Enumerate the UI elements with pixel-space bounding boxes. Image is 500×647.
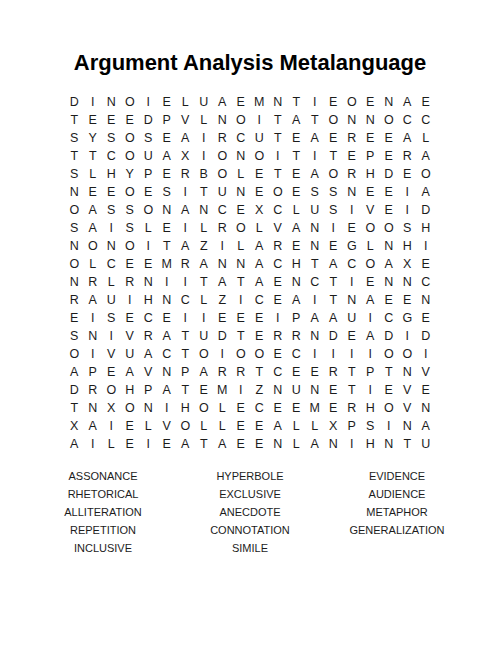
grid-cell-r1c11: M	[250, 93, 269, 111]
grid-cell-r8c3: I	[102, 219, 121, 237]
grid-cell-r1c12: N	[269, 93, 288, 111]
grid-cell-r10c14: T	[306, 255, 325, 273]
grid-cell-r15c16: I	[343, 345, 362, 363]
grid-cell-r19c18: I	[380, 417, 399, 435]
grid-cell-r7c15: S	[324, 201, 343, 219]
grid-cell-r9c5: I	[139, 237, 158, 255]
grid-cell-r17c15: E	[324, 381, 343, 399]
grid-cell-r14c3: I	[102, 327, 121, 345]
grid-cell-r4c15: T	[324, 147, 343, 165]
word-list-item: REPETITION	[32, 521, 174, 539]
grid-cell-r9c19: H	[398, 237, 417, 255]
grid-cell-r16c11: T	[250, 363, 269, 381]
word-list-item: ANECDOTE	[179, 503, 321, 521]
grid-cell-r17c9: M	[213, 381, 232, 399]
grid-cell-r2c20: C	[417, 111, 436, 129]
grid-cell-r3c19: A	[398, 129, 417, 147]
word-list-item: ASSONANCE	[32, 467, 174, 485]
grid-cell-r17c14: N	[306, 381, 325, 399]
grid-cell-r18c2: N	[84, 399, 103, 417]
grid-cell-r19c13: L	[287, 417, 306, 435]
grid-cell-r15c4: U	[121, 345, 140, 363]
grid-cell-r9c13: E	[287, 237, 306, 255]
grid-cell-r6c11: E	[250, 183, 269, 201]
grid-cell-r10c15: A	[324, 255, 343, 273]
grid-cell-r2c5: D	[139, 111, 158, 129]
grid-cell-r18c3: X	[102, 399, 121, 417]
grid-cell-r6c12: O	[269, 183, 288, 201]
grid-cell-r15c11: O	[250, 345, 269, 363]
grid-cell-r10c1: O	[65, 255, 84, 273]
grid-cell-r13c10: E	[232, 309, 251, 327]
grid-cell-r6c10: N	[232, 183, 251, 201]
grid-cell-r2c11: I	[250, 111, 269, 129]
grid-cell-r19c1: X	[65, 417, 84, 435]
grid-cell-r16c18: T	[380, 363, 399, 381]
grid-cell-r5c10: L	[232, 165, 251, 183]
grid-cell-r3c8: I	[195, 129, 214, 147]
grid-cell-r4c14: I	[306, 147, 325, 165]
grid-cell-r14c20: D	[417, 327, 436, 345]
grid-cell-r12c8: L	[195, 291, 214, 309]
grid-cell-r14c1: S	[65, 327, 84, 345]
grid-cell-r20c20: U	[417, 435, 436, 453]
grid-cell-r2c10: O	[232, 111, 251, 129]
grid-cell-r19c15: X	[324, 417, 343, 435]
grid-cell-r3c7: A	[176, 129, 195, 147]
grid-cell-r12c17: A	[361, 291, 380, 309]
grid-cell-r18c4: O	[121, 399, 140, 417]
grid-cell-r10c12: C	[269, 255, 288, 273]
grid-cell-r11c19: N	[398, 273, 417, 291]
grid-cell-r2c18: O	[380, 111, 399, 129]
grid-cell-r12c3: U	[102, 291, 121, 309]
grid-cell-r1c19: A	[398, 93, 417, 111]
grid-cell-r20c6: E	[158, 435, 177, 453]
grid-cell-r3c1: S	[65, 129, 84, 147]
grid-cell-r14c6: A	[158, 327, 177, 345]
grid-cell-r7c12: C	[269, 201, 288, 219]
grid-cell-r3c3: S	[102, 129, 121, 147]
grid-cell-r8c8: L	[195, 219, 214, 237]
grid-cell-r2c17: N	[361, 111, 380, 129]
word-list-column-1: ASSONANCERHETORICALALLITERATIONREPETITIO…	[32, 467, 174, 557]
grid-cell-r19c14: L	[306, 417, 325, 435]
grid-cell-r7c9: C	[213, 201, 232, 219]
grid-cell-r3c9: R	[213, 129, 232, 147]
grid-cell-r9c17: L	[361, 237, 380, 255]
grid-cell-r11c15: T	[324, 273, 343, 291]
grid-cell-r11c5: N	[139, 273, 158, 291]
grid-cell-r6c7: I	[176, 183, 195, 201]
word-list-column-3: EVIDENCEAUDIENCEMETAPHORGENERALIZATION	[326, 467, 468, 557]
grid-cell-r2c16: N	[343, 111, 362, 129]
grid-cell-r15c17: I	[361, 345, 380, 363]
word-list: ASSONANCERHETORICALALLITERATIONREPETITIO…	[32, 467, 468, 557]
grid-cell-r6c13: E	[287, 183, 306, 201]
grid-cell-r8c10: O	[232, 219, 251, 237]
grid-cell-r16c1: A	[65, 363, 84, 381]
grid-cell-r17c11: Z	[250, 381, 269, 399]
grid-cell-r18c6: I	[158, 399, 177, 417]
grid-cell-r15c1: O	[65, 345, 84, 363]
grid-cell-r4c20: A	[417, 147, 436, 165]
grid-cell-r9c18: N	[380, 237, 399, 255]
grid-cell-r14c10: T	[232, 327, 251, 345]
grid-cell-r19c4: E	[121, 417, 140, 435]
grid-cell-r18c20: N	[417, 399, 436, 417]
grid-cell-r5c20: O	[417, 165, 436, 183]
grid-cell-r20c19: T	[398, 435, 417, 453]
grid-cell-r12c20: N	[417, 291, 436, 309]
grid-cell-r7c4: S	[121, 201, 140, 219]
grid-cell-r7c2: A	[84, 201, 103, 219]
grid-cell-r10c7: R	[176, 255, 195, 273]
grid-cell-r18c17: H	[361, 399, 380, 417]
grid-cell-r13c16: U	[343, 309, 362, 327]
grid-cell-r16c9: R	[213, 363, 232, 381]
grid-cell-r12c5: H	[139, 291, 158, 309]
grid-cell-r6c5: E	[139, 183, 158, 201]
grid-cell-r1c7: L	[176, 93, 195, 111]
grid-cell-r13c3: S	[102, 309, 121, 327]
grid-cell-r16c2: P	[84, 363, 103, 381]
grid-cell-r17c10: I	[232, 381, 251, 399]
grid-cell-r1c5: I	[139, 93, 158, 111]
grid-cell-r13c14: A	[306, 309, 325, 327]
grid-cell-r3c2: Y	[84, 129, 103, 147]
grid-cell-r5c15: O	[324, 165, 343, 183]
grid-cell-r13c1: E	[65, 309, 84, 327]
grid-cell-r3c13: E	[287, 129, 306, 147]
grid-cell-r17c18: E	[380, 381, 399, 399]
grid-cell-r2c12: T	[269, 111, 288, 129]
grid-cell-r12c7: C	[176, 291, 195, 309]
grid-cell-r10c6: M	[158, 255, 177, 273]
grid-cell-r16c12: C	[269, 363, 288, 381]
grid-cell-r12c15: T	[324, 291, 343, 309]
grid-cell-r1c13: T	[287, 93, 306, 111]
grid-cell-r6c17: E	[361, 183, 380, 201]
grid-cell-r13c11: E	[250, 309, 269, 327]
grid-cell-r4c18: E	[380, 147, 399, 165]
grid-cell-r1c16: O	[343, 93, 362, 111]
word-list-item: ALLITERATION	[32, 503, 174, 521]
grid-cell-r17c8: E	[195, 381, 214, 399]
grid-cell-r1c18: N	[380, 93, 399, 111]
grid-cell-r18c8: O	[195, 399, 214, 417]
grid-cell-r9c11: A	[250, 237, 269, 255]
grid-cell-r2c7: V	[176, 111, 195, 129]
grid-cell-r10c17: O	[361, 255, 380, 273]
grid-cell-r20c4: E	[121, 435, 140, 453]
grid-cell-r17c6: A	[158, 381, 177, 399]
grid-cell-r11c16: I	[343, 273, 362, 291]
grid-cell-r7c10: E	[232, 201, 251, 219]
grid-cell-r5c7: R	[176, 165, 195, 183]
grid-cell-r13c18: C	[380, 309, 399, 327]
grid-cell-r16c10: R	[232, 363, 251, 381]
grid-cell-r13c9: E	[213, 309, 232, 327]
grid-cell-r8c5: L	[139, 219, 158, 237]
grid-cell-r12c1: R	[65, 291, 84, 309]
grid-cell-r10c16: C	[343, 255, 362, 273]
grid-cell-r6c4: O	[121, 183, 140, 201]
grid-cell-r5c12: T	[269, 165, 288, 183]
grid-cell-r9c16: G	[343, 237, 362, 255]
grid-cell-r1c15: E	[324, 93, 343, 111]
grid-cell-r6c6: S	[158, 183, 177, 201]
grid-cell-r2c9: N	[213, 111, 232, 129]
grid-cell-r9c15: E	[324, 237, 343, 255]
grid-cell-r20c7: A	[176, 435, 195, 453]
grid-cell-r20c1: A	[65, 435, 84, 453]
grid-cell-r14c2: N	[84, 327, 103, 345]
grid-cell-r10c4: E	[121, 255, 140, 273]
grid-cell-r10c18: A	[380, 255, 399, 273]
grid-cell-r3c14: A	[306, 129, 325, 147]
grid-cell-r18c9: L	[213, 399, 232, 417]
grid-cell-r7c1: O	[65, 201, 84, 219]
grid-cell-r15c19: O	[398, 345, 417, 363]
grid-cell-r5c1: S	[65, 165, 84, 183]
grid-cell-r15c14: I	[306, 345, 325, 363]
grid-cell-r4c6: A	[158, 147, 177, 165]
grid-cell-r5c3: H	[102, 165, 121, 183]
grid-cell-r3c10: C	[232, 129, 251, 147]
grid-cell-r14c11: E	[250, 327, 269, 345]
grid-cell-r11c11: A	[250, 273, 269, 291]
grid-cell-r4c5: U	[139, 147, 158, 165]
grid-cell-r14c13: R	[287, 327, 306, 345]
grid-cell-r2c19: C	[398, 111, 417, 129]
grid-cell-r16c15: R	[324, 363, 343, 381]
grid-cell-r12c18: E	[380, 291, 399, 309]
grid-cell-r16c5: V	[139, 363, 158, 381]
grid-cell-r13c19: G	[398, 309, 417, 327]
grid-cell-r16c20: V	[417, 363, 436, 381]
grid-cell-r2c2: E	[84, 111, 103, 129]
grid-cell-r20c10: E	[232, 435, 251, 453]
grid-cell-r19c12: A	[269, 417, 288, 435]
grid-cell-r11c2: R	[84, 273, 103, 291]
grid-cell-r13c2: I	[84, 309, 103, 327]
grid-cell-r18c18: O	[380, 399, 399, 417]
grid-cell-r17c13: U	[287, 381, 306, 399]
grid-cell-r5c8: B	[195, 165, 214, 183]
grid-cell-r8c6: E	[158, 219, 177, 237]
grid-cell-r5c16: R	[343, 165, 362, 183]
grid-cell-r20c18: N	[380, 435, 399, 453]
grid-cell-r6c2: E	[84, 183, 103, 201]
grid-cell-r14c17: A	[361, 327, 380, 345]
grid-cell-r17c12: N	[269, 381, 288, 399]
grid-cell-r3c15: E	[324, 129, 343, 147]
grid-cell-r18c19: V	[398, 399, 417, 417]
grid-cell-r11c18: N	[380, 273, 399, 291]
grid-cell-r3c12: T	[269, 129, 288, 147]
grid-cell-r20c12: N	[269, 435, 288, 453]
grid-cell-r12c11: C	[250, 291, 269, 309]
grid-cell-r14c4: V	[121, 327, 140, 345]
grid-cell-r12c14: I	[306, 291, 325, 309]
grid-cell-r12c13: A	[287, 291, 306, 309]
grid-cell-r5c19: E	[398, 165, 417, 183]
grid-cell-r10c9: N	[213, 255, 232, 273]
grid-cell-r3c20: L	[417, 129, 436, 147]
grid-cell-r4c16: E	[343, 147, 362, 165]
grid-cell-r6c14: S	[306, 183, 325, 201]
grid-cell-r6c16: N	[343, 183, 362, 201]
grid-cell-r6c18: E	[380, 183, 399, 201]
grid-cell-r11c6: I	[158, 273, 177, 291]
grid-cell-r9c1: N	[65, 237, 84, 255]
grid-cell-r3c4: O	[121, 129, 140, 147]
grid-cell-r8c17: O	[361, 219, 380, 237]
grid-cell-r5c18: D	[380, 165, 399, 183]
grid-cell-r19c19: N	[398, 417, 417, 435]
grid-cell-r11c9: A	[213, 273, 232, 291]
grid-cell-r4c10: N	[232, 147, 251, 165]
grid-cell-r15c5: A	[139, 345, 158, 363]
grid-cell-r11c17: E	[361, 273, 380, 291]
word-list-item: GENERALIZATION	[326, 521, 468, 539]
grid-cell-r19c8: L	[195, 417, 214, 435]
grid-cell-r3c16: R	[343, 129, 362, 147]
grid-cell-r1c8: U	[195, 93, 214, 111]
grid-cell-r9c20: I	[417, 237, 436, 255]
grid-cell-r12c2: A	[84, 291, 103, 309]
grid-cell-r2c3: E	[102, 111, 121, 129]
grid-cell-r9c7: A	[176, 237, 195, 255]
grid-cell-r7c5: O	[139, 201, 158, 219]
grid-cell-r8c20: H	[417, 219, 436, 237]
grid-cell-r6c8: T	[195, 183, 214, 201]
grid-cell-r19c7: O	[176, 417, 195, 435]
grid-cell-r7c16: I	[343, 201, 362, 219]
grid-cell-r20c15: N	[324, 435, 343, 453]
grid-cell-r4c7: X	[176, 147, 195, 165]
grid-cell-r19c11: E	[250, 417, 269, 435]
grid-cell-r1c6: E	[158, 93, 177, 111]
grid-cell-r9c6: T	[158, 237, 177, 255]
grid-cell-r20c14: A	[306, 435, 325, 453]
grid-cell-r15c6: C	[158, 345, 177, 363]
grid-cell-r15c20: I	[417, 345, 436, 363]
grid-cell-r14c5: R	[139, 327, 158, 345]
grid-cell-r13c17: I	[361, 309, 380, 327]
grid-cell-r9c8: Z	[195, 237, 214, 255]
grid-cell-r7c8: N	[195, 201, 214, 219]
grid-cell-r14c18: D	[380, 327, 399, 345]
grid-cell-r4c19: R	[398, 147, 417, 165]
grid-cell-r20c5: I	[139, 435, 158, 453]
grid-cell-r8c12: V	[269, 219, 288, 237]
grid-cell-r1c20: E	[417, 93, 436, 111]
grid-cell-r20c8: T	[195, 435, 214, 453]
grid-cell-r1c9: A	[213, 93, 232, 111]
grid-cell-r3c5: S	[139, 129, 158, 147]
grid-cell-r8c18: O	[380, 219, 399, 237]
grid-cell-r3c17: E	[361, 129, 380, 147]
grid-cell-r2c13: A	[287, 111, 306, 129]
grid-cell-r17c1: D	[65, 381, 84, 399]
grid-cell-r16c3: E	[102, 363, 121, 381]
grid-cell-r18c10: E	[232, 399, 251, 417]
grid-cell-r4c11: O	[250, 147, 269, 165]
grid-cell-r2c14: T	[306, 111, 325, 129]
grid-cell-r13c6: E	[158, 309, 177, 327]
grid-cell-r6c3: E	[102, 183, 121, 201]
grid-cell-r9c14: N	[306, 237, 325, 255]
grid-cell-r19c5: L	[139, 417, 158, 435]
grid-cell-r19c2: A	[84, 417, 103, 435]
grid-cell-r6c1: N	[65, 183, 84, 201]
grid-cell-r14c7: T	[176, 327, 195, 345]
grid-cell-r7c3: S	[102, 201, 121, 219]
grid-cell-r20c9: A	[213, 435, 232, 453]
grid-cell-r8c2: A	[84, 219, 103, 237]
puzzle-title: Argument Analysis Metalanguage	[0, 0, 500, 76]
grid-cell-r12c6: N	[158, 291, 177, 309]
grid-cell-r3c18: E	[380, 129, 399, 147]
grid-cell-r6c15: S	[324, 183, 343, 201]
grid-cell-r9c4: O	[121, 237, 140, 255]
grid-cell-r16c17: P	[361, 363, 380, 381]
grid-cell-r1c10: E	[232, 93, 251, 111]
grid-cell-r7c6: N	[158, 201, 177, 219]
grid-cell-r8c14: N	[306, 219, 325, 237]
grid-cell-r11c1: N	[65, 273, 84, 291]
grid-cell-r16c14: E	[306, 363, 325, 381]
grid-cell-r15c7: T	[176, 345, 195, 363]
grid-cell-r19c16: P	[343, 417, 362, 435]
grid-cell-r18c15: E	[324, 399, 343, 417]
grid-cell-r18c16: R	[343, 399, 362, 417]
grid-cell-r1c1: D	[65, 93, 84, 111]
grid-cell-r7c20: D	[417, 201, 436, 219]
grid-cell-r13c12: I	[269, 309, 288, 327]
word-list-item: SIMILE	[179, 539, 321, 557]
grid-cell-r13c15: A	[324, 309, 343, 327]
grid-cell-r14c9: D	[213, 327, 232, 345]
grid-cell-r13c20: E	[417, 309, 436, 327]
grid-cell-r11c3: L	[102, 273, 121, 291]
grid-cell-r1c17: E	[361, 93, 380, 111]
worksheet-page: Argument Analysis Metalanguage DINOIELUA…	[0, 0, 500, 647]
grid-cell-r10c3: C	[102, 255, 121, 273]
grid-cell-r2c8: L	[195, 111, 214, 129]
grid-cell-r16c16: T	[343, 363, 362, 381]
grid-cell-r8c19: S	[398, 219, 417, 237]
grid-cell-r18c12: E	[269, 399, 288, 417]
grid-cell-r8c7: I	[176, 219, 195, 237]
grid-cell-r7c19: I	[398, 201, 417, 219]
word-list-item: EVIDENCE	[326, 467, 468, 485]
grid-cell-r5c9: O	[213, 165, 232, 183]
grid-cell-r13c4: E	[121, 309, 140, 327]
grid-cell-r8c1: S	[65, 219, 84, 237]
grid-cell-r16c4: A	[121, 363, 140, 381]
grid-cell-r4c2: T	[84, 147, 103, 165]
grid-cell-r15c3: V	[102, 345, 121, 363]
grid-cell-r5c14: A	[306, 165, 325, 183]
grid-cell-r18c11: C	[250, 399, 269, 417]
grid-cell-r11c4: R	[121, 273, 140, 291]
word-list-item: HYPERBOLE	[179, 467, 321, 485]
grid-cell-r1c3: N	[102, 93, 121, 111]
grid-cell-r10c19: X	[398, 255, 417, 273]
